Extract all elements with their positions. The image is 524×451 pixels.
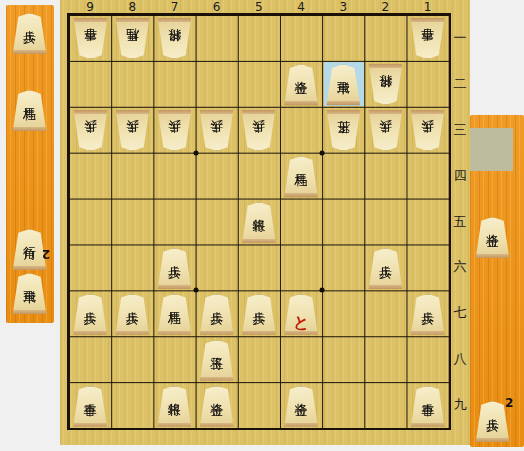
piece-base-edge xyxy=(157,285,192,289)
shogi-board: 987654321 一二三四五六七八九 香車桂馬銀将香車金将飛車銀将歩兵歩兵歩兵… xyxy=(60,0,470,445)
gote-captured-stand: 歩兵桂馬角行2飛車 xyxy=(6,5,54,323)
piece-base-edge xyxy=(73,110,108,114)
piece-gold-4九[interactable]: 金将 xyxy=(284,386,319,427)
piece-base-edge xyxy=(199,110,234,114)
piece-silver-7九[interactable]: 銀将 xyxy=(157,386,192,427)
piece-pawn-6三[interactable]: 歩兵 xyxy=(199,110,234,151)
piece-pawn-8七[interactable]: 歩兵 xyxy=(115,294,150,335)
rank-coordinates: 一二三四五六七八九 xyxy=(451,15,469,428)
piece-pawn-5七[interactable]: 歩兵 xyxy=(241,294,276,335)
piece-base-edge xyxy=(73,423,108,427)
piece-base-edge xyxy=(157,423,192,427)
rank-label-5: 五 xyxy=(451,199,469,245)
piece-base-edge xyxy=(115,110,150,114)
file-label-6: 6 xyxy=(196,0,238,14)
piece-pawn[interactable]: 歩兵 xyxy=(12,13,47,54)
file-label-4: 4 xyxy=(280,0,322,14)
piece-pawn-1三[interactable]: 歩兵 xyxy=(410,110,445,151)
piece-base-edge xyxy=(73,18,108,22)
file-label-2: 2 xyxy=(364,0,406,14)
piece-lance-9一[interactable]: 香車 xyxy=(73,18,108,59)
piece-base-edge xyxy=(368,64,403,68)
star-point xyxy=(193,150,198,155)
piece-knight-7七[interactable]: 桂馬 xyxy=(157,294,192,335)
rank-label-1: 一 xyxy=(451,15,469,61)
file-label-5: 5 xyxy=(238,0,280,14)
piece-knight-4四[interactable]: 桂馬 xyxy=(284,156,319,197)
piece-gold[interactable]: 金将 xyxy=(475,217,510,258)
piece-base-edge xyxy=(368,285,403,289)
board-grid[interactable]: 香車桂馬銀将香車金将飛車銀将歩兵歩兵歩兵歩兵歩兵王将歩兵歩兵桂馬銀将歩兵歩兵歩兵… xyxy=(67,13,451,430)
star-point xyxy=(320,288,325,293)
piece-base-edge xyxy=(115,331,150,335)
file-coordinates: 987654321 xyxy=(69,0,449,14)
piece-base-edge xyxy=(410,423,445,427)
file-label-7: 7 xyxy=(153,0,195,14)
piece-base-edge xyxy=(284,331,319,335)
piece-king-3三[interactable]: 王将 xyxy=(326,110,361,151)
piece-lance-1九[interactable]: 香車 xyxy=(410,386,445,427)
rank-label-6: 六 xyxy=(451,244,469,290)
piece-silver-5五[interactable]: 銀将 xyxy=(241,202,276,243)
piece-knight-8一[interactable]: 桂馬 xyxy=(115,18,150,59)
piece-base-edge xyxy=(284,193,319,197)
piece-lance-1一[interactable]: 香車 xyxy=(410,18,445,59)
file-label-1: 1 xyxy=(407,0,449,14)
piece-base-edge xyxy=(241,239,276,243)
piece-base-edge xyxy=(115,18,150,22)
rank-label-9: 九 xyxy=(451,382,469,428)
piece-base-edge xyxy=(73,331,108,335)
piece-base-edge xyxy=(410,18,445,22)
piece-kanji: と xyxy=(293,305,309,323)
piece-base-edge xyxy=(12,50,47,54)
piece-pawn-9七[interactable]: 歩兵 xyxy=(73,294,108,335)
piece-pawn-5三[interactable]: 歩兵 xyxy=(241,110,276,151)
piece-pawn-7三[interactable]: 歩兵 xyxy=(157,110,192,151)
star-point xyxy=(193,288,198,293)
rank-label-8: 八 xyxy=(451,336,469,382)
piece-gold-6九[interactable]: 金将 xyxy=(199,386,234,427)
piece-base-edge xyxy=(199,423,234,427)
hand-count-pawn: 2 xyxy=(505,396,513,410)
piece-base-edge xyxy=(12,266,47,270)
piece-base-edge xyxy=(284,423,319,427)
right-stand-top-panel xyxy=(470,128,513,171)
rank-label-3: 三 xyxy=(451,107,469,153)
piece-base-edge xyxy=(241,110,276,114)
piece-base-edge xyxy=(410,331,445,335)
piece-silver-7一[interactable]: 銀将 xyxy=(157,18,192,59)
rank-label-4: 四 xyxy=(451,153,469,199)
piece-base-edge xyxy=(475,438,510,442)
piece-gold-4二[interactable]: 金将 xyxy=(284,64,319,105)
piece-king-6八[interactable]: 玉将 xyxy=(199,340,234,381)
piece-silver-2二[interactable]: 銀将 xyxy=(368,64,403,105)
piece-pawn-9三[interactable]: 歩兵 xyxy=(73,110,108,151)
file-label-3: 3 xyxy=(322,0,364,14)
piece-promoted-pawn-4七[interactable]: と xyxy=(284,294,319,335)
shogi-app-screen: 歩兵桂馬角行2飛車 987654321 一二三四五六七八九 香車桂馬銀将香車金将… xyxy=(0,0,524,451)
piece-base-edge xyxy=(12,127,47,131)
piece-knight[interactable]: 桂馬 xyxy=(12,90,47,131)
piece-base-edge xyxy=(241,331,276,335)
piece-base-edge xyxy=(12,310,47,314)
piece-base-edge xyxy=(157,331,192,335)
rank-label-2: 二 xyxy=(451,61,469,107)
rank-label-7: 七 xyxy=(451,290,469,336)
piece-lance-9九[interactable]: 香車 xyxy=(73,386,108,427)
piece-base-edge xyxy=(326,110,361,114)
sente-captured-stand: 金将歩兵2 xyxy=(470,115,524,447)
hand-count-bishop: 2 xyxy=(42,247,50,261)
piece-pawn-1七[interactable]: 歩兵 xyxy=(410,294,445,335)
piece-base-edge xyxy=(199,331,234,335)
piece-base-edge xyxy=(475,254,510,258)
file-label-8: 8 xyxy=(111,0,153,14)
piece-pawn-6七[interactable]: 歩兵 xyxy=(199,294,234,335)
piece-base-edge xyxy=(157,110,192,114)
piece-pawn-7六[interactable]: 歩兵 xyxy=(157,248,192,289)
piece-base-edge xyxy=(326,101,361,105)
piece-base-edge xyxy=(284,101,319,105)
piece-pawn-2三[interactable]: 歩兵 xyxy=(368,110,403,151)
piece-base-edge xyxy=(368,110,403,114)
piece-rook[interactable]: 飛車 xyxy=(12,273,47,314)
star-point xyxy=(320,150,325,155)
piece-base-edge xyxy=(199,377,234,381)
piece-pawn-2六[interactable]: 歩兵 xyxy=(368,248,403,289)
file-label-9: 9 xyxy=(69,0,111,14)
piece-base-edge xyxy=(157,18,192,22)
piece-pawn-8三[interactable]: 歩兵 xyxy=(115,110,150,151)
piece-base-edge xyxy=(410,110,445,114)
